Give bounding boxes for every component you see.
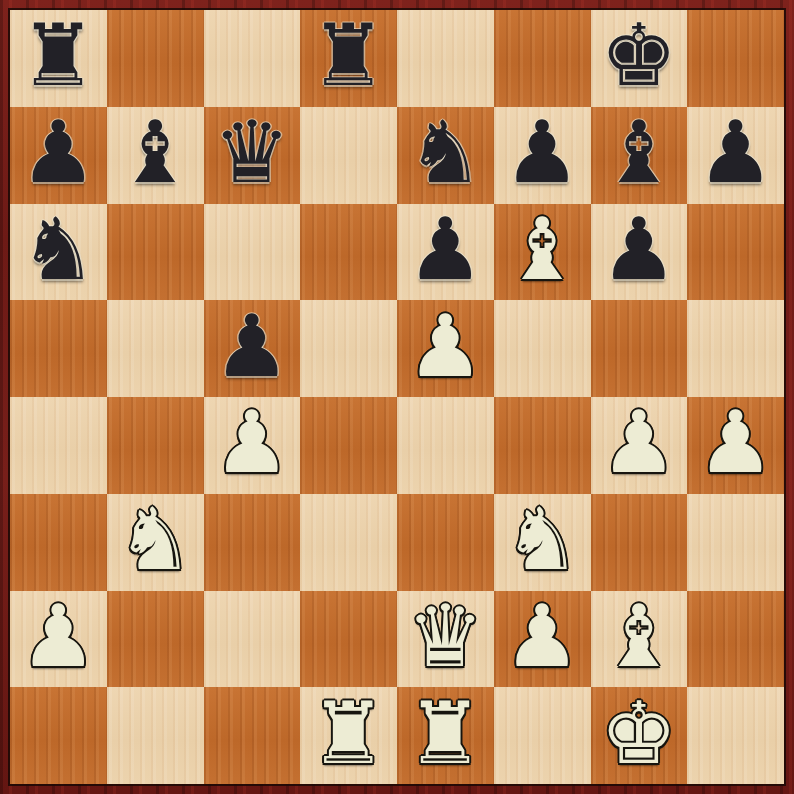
square-c5[interactable]: ♟: [204, 300, 301, 397]
square-a7[interactable]: ♟: [10, 107, 107, 204]
square-a4[interactable]: [10, 397, 107, 494]
square-c7[interactable]: ♛: [204, 107, 301, 204]
piece-black-pawn[interactable]: ♟: [697, 109, 774, 195]
square-d5[interactable]: [300, 300, 397, 397]
square-d7[interactable]: [300, 107, 397, 204]
piece-white-pawn[interactable]: ♟: [20, 593, 97, 679]
piece-black-queen[interactable]: ♛: [213, 109, 290, 195]
piece-black-pawn[interactable]: ♟: [600, 206, 677, 292]
piece-white-rook[interactable]: ♜: [310, 690, 387, 776]
square-f1[interactable]: [494, 687, 591, 784]
square-f3[interactable]: ♞: [494, 494, 591, 591]
square-e2[interactable]: ♛: [397, 591, 494, 688]
piece-black-rook[interactable]: ♜: [310, 12, 387, 98]
square-a5[interactable]: [10, 300, 107, 397]
piece-white-bishop[interactable]: ♝: [504, 206, 581, 292]
board-frame: ♜♜♚♟♝♛♞♟♝♟♞♟♝♟♟♟♟♟♟♞♞♟♛♟♝♜♜♚: [0, 0, 794, 794]
piece-white-pawn[interactable]: ♟: [697, 399, 774, 485]
piece-black-knight[interactable]: ♞: [20, 206, 97, 292]
square-f6[interactable]: ♝: [494, 204, 591, 301]
piece-white-pawn[interactable]: ♟: [213, 399, 290, 485]
piece-black-king[interactable]: ♚: [600, 12, 677, 98]
square-a8[interactable]: ♜: [10, 10, 107, 107]
square-b8[interactable]: [107, 10, 204, 107]
square-b2[interactable]: [107, 591, 204, 688]
square-b7[interactable]: ♝: [107, 107, 204, 204]
square-e1[interactable]: ♜: [397, 687, 494, 784]
square-f2[interactable]: ♟: [494, 591, 591, 688]
piece-white-queen[interactable]: ♛: [407, 593, 484, 679]
piece-black-knight[interactable]: ♞: [407, 109, 484, 195]
piece-black-pawn[interactable]: ♟: [213, 303, 290, 389]
square-h8[interactable]: [687, 10, 784, 107]
square-h1[interactable]: [687, 687, 784, 784]
square-a3[interactable]: [10, 494, 107, 591]
square-c1[interactable]: [204, 687, 301, 784]
square-e5[interactable]: ♟: [397, 300, 494, 397]
piece-black-bishop[interactable]: ♝: [600, 109, 677, 195]
square-g3[interactable]: [591, 494, 688, 591]
square-f8[interactable]: [494, 10, 591, 107]
square-h4[interactable]: ♟: [687, 397, 784, 494]
square-g8[interactable]: ♚: [591, 10, 688, 107]
square-h5[interactable]: [687, 300, 784, 397]
piece-white-knight[interactable]: ♞: [117, 496, 194, 582]
square-c3[interactable]: [204, 494, 301, 591]
square-g2[interactable]: ♝: [591, 591, 688, 688]
square-e7[interactable]: ♞: [397, 107, 494, 204]
square-c6[interactable]: [204, 204, 301, 301]
square-d4[interactable]: [300, 397, 397, 494]
square-d1[interactable]: ♜: [300, 687, 397, 784]
square-c2[interactable]: [204, 591, 301, 688]
piece-white-pawn[interactable]: ♟: [600, 399, 677, 485]
square-b1[interactable]: [107, 687, 204, 784]
square-g1[interactable]: ♚: [591, 687, 688, 784]
square-e6[interactable]: ♟: [397, 204, 494, 301]
square-d3[interactable]: [300, 494, 397, 591]
piece-white-rook[interactable]: ♜: [407, 690, 484, 776]
square-d8[interactable]: ♜: [300, 10, 397, 107]
square-b3[interactable]: ♞: [107, 494, 204, 591]
piece-white-king[interactable]: ♚: [600, 690, 677, 776]
piece-black-rook[interactable]: ♜: [20, 12, 97, 98]
piece-black-pawn[interactable]: ♟: [407, 206, 484, 292]
square-g5[interactable]: [591, 300, 688, 397]
square-b4[interactable]: [107, 397, 204, 494]
piece-black-pawn[interactable]: ♟: [20, 109, 97, 195]
square-g7[interactable]: ♝: [591, 107, 688, 204]
square-f7[interactable]: ♟: [494, 107, 591, 204]
piece-white-pawn[interactable]: ♟: [504, 593, 581, 679]
piece-black-bishop[interactable]: ♝: [117, 109, 194, 195]
square-a2[interactable]: ♟: [10, 591, 107, 688]
square-a6[interactable]: ♞: [10, 204, 107, 301]
square-b6[interactable]: [107, 204, 204, 301]
square-b5[interactable]: [107, 300, 204, 397]
piece-black-pawn[interactable]: ♟: [504, 109, 581, 195]
square-a1[interactable]: [10, 687, 107, 784]
piece-white-pawn[interactable]: ♟: [407, 303, 484, 389]
piece-white-knight[interactable]: ♞: [504, 496, 581, 582]
square-h6[interactable]: [687, 204, 784, 301]
square-d6[interactable]: [300, 204, 397, 301]
chess-board: ♜♜♚♟♝♛♞♟♝♟♞♟♝♟♟♟♟♟♟♞♞♟♛♟♝♜♜♚: [10, 10, 784, 784]
square-f5[interactable]: [494, 300, 591, 397]
square-g6[interactable]: ♟: [591, 204, 688, 301]
square-e8[interactable]: [397, 10, 494, 107]
square-c8[interactable]: [204, 10, 301, 107]
square-d2[interactable]: [300, 591, 397, 688]
square-h7[interactable]: ♟: [687, 107, 784, 204]
square-f4[interactable]: [494, 397, 591, 494]
square-h3[interactable]: [687, 494, 784, 591]
square-e4[interactable]: [397, 397, 494, 494]
square-c4[interactable]: ♟: [204, 397, 301, 494]
square-g4[interactable]: ♟: [591, 397, 688, 494]
square-e3[interactable]: [397, 494, 494, 591]
piece-white-bishop[interactable]: ♝: [600, 593, 677, 679]
square-h2[interactable]: [687, 591, 784, 688]
